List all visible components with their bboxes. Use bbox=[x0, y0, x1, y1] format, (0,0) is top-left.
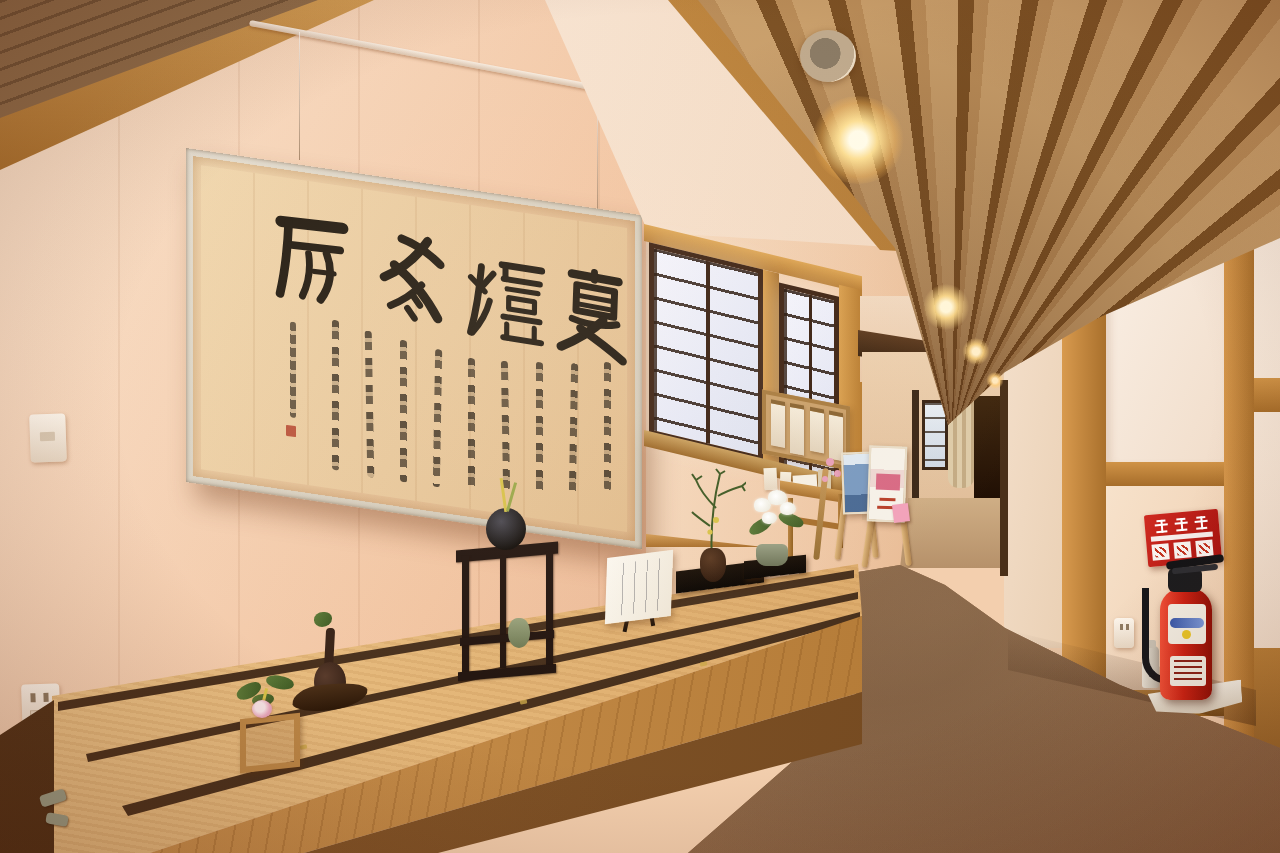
far-corridor-floor bbox=[900, 498, 1012, 568]
far-door-post bbox=[912, 390, 919, 502]
framed-calligraphy-scroll bbox=[186, 148, 642, 549]
calligraphy-column bbox=[536, 362, 543, 493]
white-lily bbox=[780, 502, 796, 515]
extinguisher-label-lower bbox=[1170, 656, 1206, 686]
hanging-paper bbox=[790, 403, 804, 456]
pink-blossom bbox=[822, 476, 828, 482]
calligraphy-column bbox=[332, 320, 339, 471]
white-lily bbox=[762, 512, 777, 524]
light-switch bbox=[29, 413, 67, 462]
hanging-paper bbox=[810, 407, 824, 454]
camellia-frame-stand bbox=[240, 713, 300, 773]
celadon-gourd bbox=[508, 618, 530, 648]
pink-blossom bbox=[834, 470, 841, 477]
hanging-wire bbox=[597, 86, 598, 228]
wood-rail bbox=[1106, 462, 1226, 486]
ceiling-speaker bbox=[800, 30, 856, 82]
calligraphy-column bbox=[468, 358, 475, 491]
wood-rail bbox=[1254, 378, 1280, 412]
wall-outlet bbox=[1114, 618, 1134, 648]
doorway-gap-shadow bbox=[1000, 380, 1008, 576]
calligraphy-character-fuyu bbox=[371, 221, 459, 335]
artist-signature bbox=[290, 321, 296, 418]
extinguisher-label bbox=[1168, 604, 1206, 644]
calligraphy-column bbox=[400, 340, 407, 483]
hanging-wire bbox=[299, 32, 300, 160]
pink-sign-card bbox=[892, 503, 910, 523]
round-black-vase bbox=[486, 508, 526, 550]
info-card bbox=[605, 550, 673, 624]
lily-pot bbox=[756, 544, 788, 566]
calligraphy-character-ogi bbox=[268, 202, 357, 312]
hanging-paper bbox=[771, 399, 785, 448]
camellia-flower bbox=[252, 700, 272, 718]
calligraphy-character-ro bbox=[464, 241, 551, 354]
shoji-grid-window bbox=[649, 242, 763, 461]
calligraphy-character-natsu bbox=[548, 259, 637, 374]
pine-vase bbox=[700, 548, 726, 582]
artist-seal bbox=[286, 425, 296, 437]
pink-blossom bbox=[826, 458, 834, 466]
ryokan-corridor-photo bbox=[0, 0, 1280, 853]
wall-paper-note bbox=[763, 468, 777, 491]
calligraphy-column bbox=[604, 362, 611, 491]
